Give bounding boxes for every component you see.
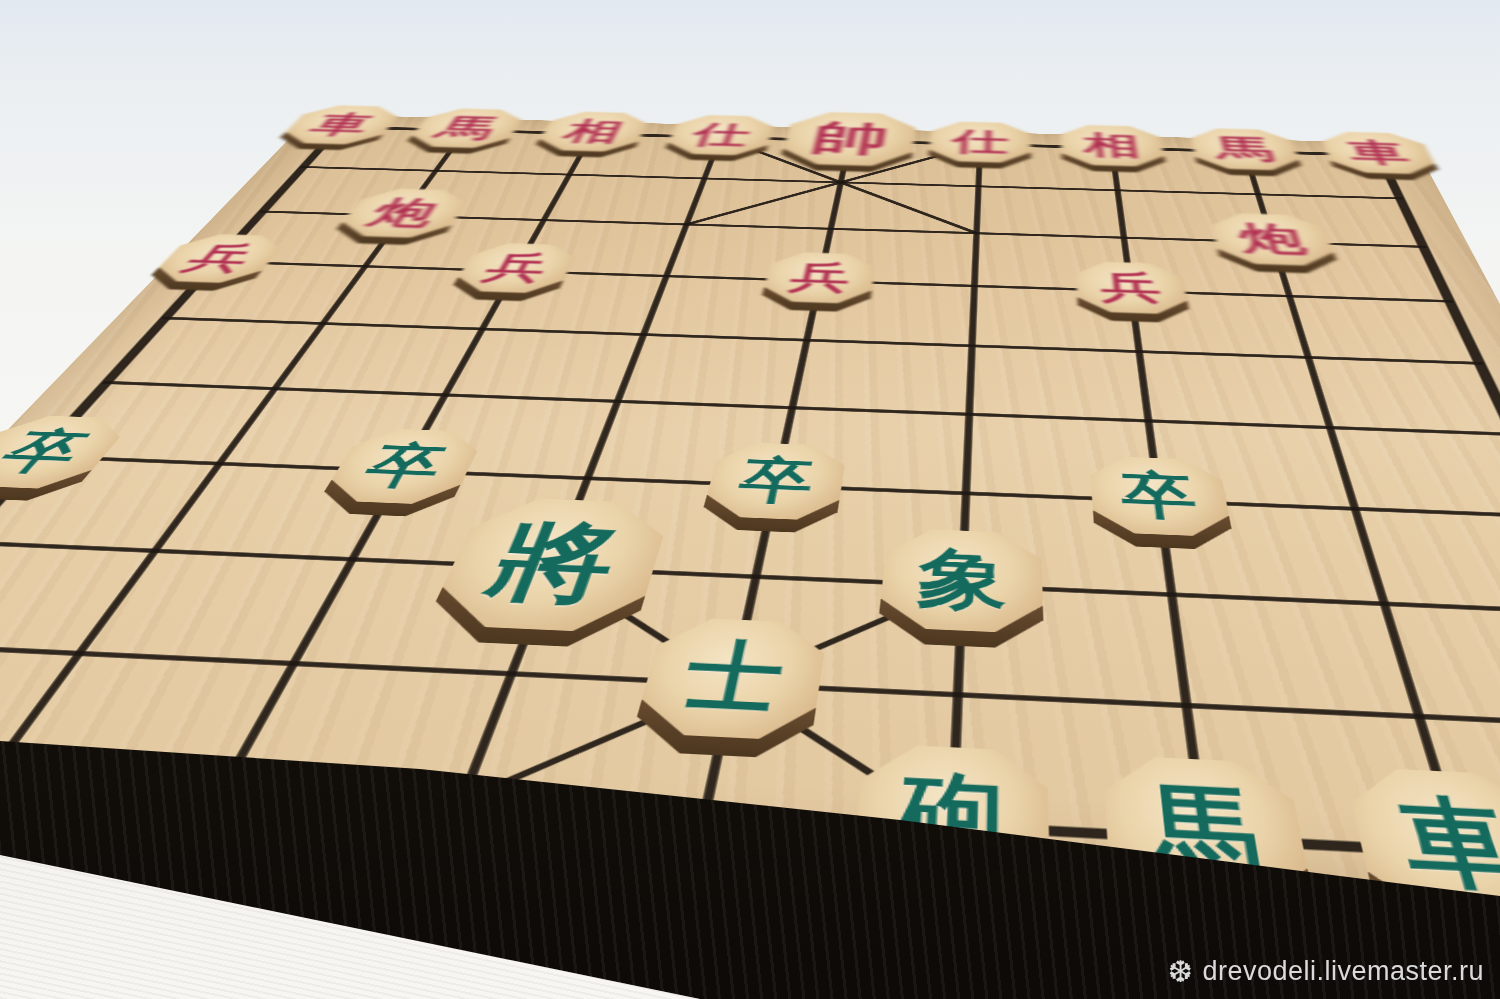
soldier-character-glyph: 卒 <box>356 440 453 491</box>
piece-red-soldier[interactable]: 兵 <box>445 242 581 302</box>
piece-red-cannon[interactable]: 炮 <box>1209 212 1342 274</box>
chariot-character-glyph: 車 <box>304 111 380 137</box>
piece-red-horse[interactable]: 馬 <box>1188 128 1305 177</box>
soldier-character-glyph: 兵 <box>479 251 555 285</box>
piece-green-soldier[interactable]: 卒 <box>311 428 487 518</box>
general-character-glyph: 帥 <box>808 120 891 157</box>
piece-red-chariot[interactable]: 車 <box>270 105 406 151</box>
elephant-character-glyph: 相 <box>1082 131 1142 159</box>
piece-red-advisor[interactable]: 仕 <box>927 121 1031 169</box>
cannon-character-glyph: 炮 <box>1235 221 1310 256</box>
piece-green-soldier[interactable]: 卒 <box>698 441 848 534</box>
piece-red-elephant[interactable]: 相 <box>529 111 652 158</box>
piece-green-soldier[interactable]: 卒 <box>0 414 135 502</box>
piece-top-face: 車 <box>1318 131 1441 175</box>
piece-green-advisor[interactable]: 士 <box>627 617 828 760</box>
piece-red-soldier[interactable]: 兵 <box>139 233 292 292</box>
piece-green-elephant[interactable]: 象 <box>876 528 1044 650</box>
piece-red-horse[interactable]: 馬 <box>399 108 529 155</box>
piece-red-chariot[interactable]: 車 <box>1318 131 1445 181</box>
general-character-glyph: 將 <box>477 517 628 608</box>
piece-red-advisor[interactable]: 仕 <box>661 114 778 162</box>
elephant-character-glyph: 象 <box>916 545 1008 614</box>
piece-red-soldier[interactable]: 兵 <box>758 251 877 312</box>
soldier-character-glyph: 卒 <box>0 427 99 476</box>
advisor-character-glyph: 仕 <box>951 128 1008 156</box>
chariot-character-glyph: 車 <box>1390 792 1500 895</box>
piece-red-cannon[interactable]: 炮 <box>326 188 475 246</box>
piece-green-general[interactable]: 將 <box>418 496 673 649</box>
cannon-character-glyph: 炮 <box>363 196 446 229</box>
watermark-text: drevodeli.livemaster.ru <box>1202 956 1484 987</box>
soldier-character-glyph: 兵 <box>1099 270 1164 305</box>
piece-green-soldier[interactable]: 卒 <box>1089 455 1236 550</box>
advisor-character-glyph: 士 <box>677 637 789 718</box>
piece-red-elephant[interactable]: 相 <box>1060 124 1168 173</box>
elephant-character-glyph: 相 <box>559 118 628 145</box>
horse-character-glyph: 馬 <box>431 115 504 142</box>
watermark: ❆ drevodeli.livemaster.ru <box>1168 956 1484 987</box>
chariot-character-glyph: 車 <box>1343 138 1414 166</box>
piece-red-soldier[interactable]: 兵 <box>1075 261 1192 324</box>
snowflake-logo-icon: ❆ <box>1168 957 1194 987</box>
soldier-character-glyph: 兵 <box>787 260 853 294</box>
piece-red-general[interactable]: 帥 <box>777 111 918 173</box>
soldier-character-glyph: 卒 <box>1119 469 1200 522</box>
soldier-character-glyph: 兵 <box>177 242 262 275</box>
product-photo-scene: 車馬相仕帥仕相馬車炮炮兵兵兵兵卒卒卒卒將象士士砲馬車 ❆ drevodeli.l… <box>0 0 1500 999</box>
horse-character-glyph: 馬 <box>1212 135 1278 163</box>
advisor-character-glyph: 仕 <box>688 121 753 148</box>
soldier-character-glyph: 卒 <box>734 454 817 506</box>
